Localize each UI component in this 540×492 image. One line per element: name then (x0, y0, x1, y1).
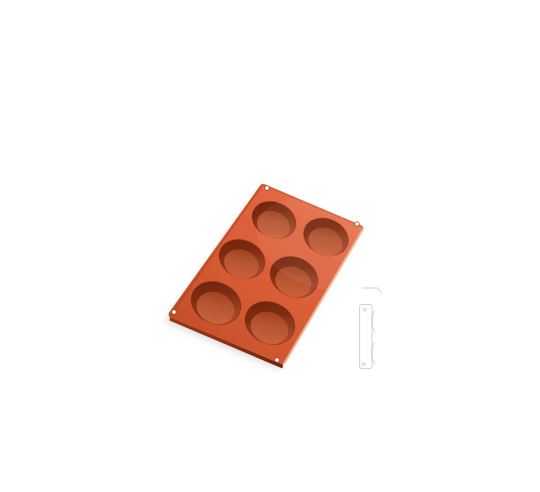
technical-drawing-fragment (360, 288, 381, 369)
corner-hole-2 (355, 222, 360, 227)
drawing-corner-mark (362, 288, 381, 293)
product-photo-canvas (0, 0, 540, 492)
drawing-hole-2 (362, 363, 365, 366)
drawing-hole-1 (363, 308, 366, 311)
corner-hole-4 (275, 358, 280, 363)
drawing-body-outline (360, 305, 372, 369)
corner-hole-1 (265, 186, 270, 191)
corner-hole-3 (172, 310, 177, 315)
mold-product-photo (0, 0, 540, 492)
